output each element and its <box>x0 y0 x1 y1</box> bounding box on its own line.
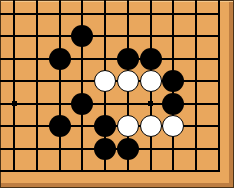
black-stone[interactable] <box>71 93 93 115</box>
grid-line-vertical <box>36 0 38 172</box>
black-stone[interactable] <box>94 138 116 160</box>
white-stone[interactable] <box>140 115 162 137</box>
black-stone[interactable] <box>140 48 162 70</box>
white-stone[interactable] <box>162 115 184 137</box>
black-stone[interactable] <box>94 115 116 137</box>
black-stone[interactable] <box>49 115 71 137</box>
black-stone[interactable] <box>117 138 139 160</box>
grid-line-horizontal <box>0 58 220 60</box>
star-point <box>148 101 153 106</box>
black-stone[interactable] <box>117 48 139 70</box>
black-stone[interactable] <box>71 25 93 47</box>
grid-line-horizontal <box>0 35 220 37</box>
grid-line-vertical <box>195 0 197 172</box>
white-stone[interactable] <box>140 70 162 92</box>
white-stone[interactable] <box>117 70 139 92</box>
white-stone[interactable] <box>117 115 139 137</box>
grid-line-horizontal <box>0 13 220 15</box>
grid-line-vertical <box>59 0 61 172</box>
go-board[interactable] <box>0 0 234 188</box>
star-point <box>12 101 17 106</box>
white-stone[interactable] <box>94 70 116 92</box>
black-stone[interactable] <box>49 48 71 70</box>
grid-line-vertical <box>13 0 15 172</box>
grid-line-vertical <box>218 0 220 172</box>
grid-line-horizontal <box>0 170 220 172</box>
black-stone[interactable] <box>162 70 184 92</box>
grid-line-horizontal <box>0 103 220 105</box>
black-stone[interactable] <box>162 93 184 115</box>
